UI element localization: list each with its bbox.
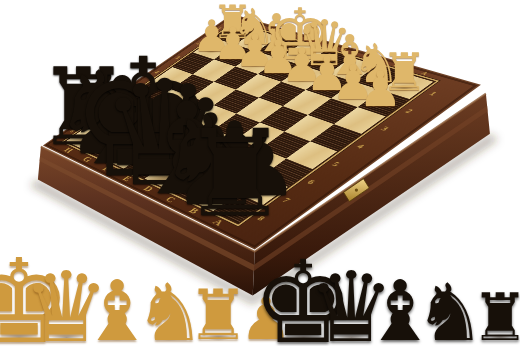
- piece-a2-white-pawn[interactable]: ♟: [356, 66, 405, 115]
- piece-a8-black-rook[interactable]: ♜: [175, 114, 295, 234]
- rank-label: 5: [325, 158, 348, 169]
- rank-label: 3: [373, 123, 396, 134]
- chess-set-photo: HHGGFFEEDDCCBBAA1122334455667788 ♜♞♝♚♛♝♞…: [0, 0, 520, 346]
- tray-piece-black-rook[interactable]: ♜: [467, 285, 520, 346]
- rank-label: 4: [349, 141, 372, 152]
